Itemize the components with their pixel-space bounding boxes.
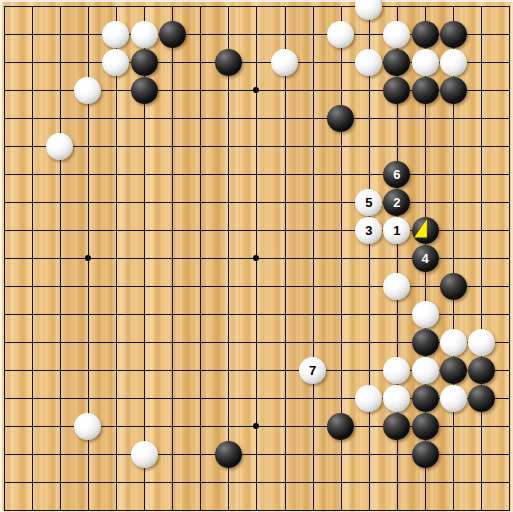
grid-vline: [369, 6, 370, 511]
white-stone: [468, 329, 495, 356]
star-point: [85, 255, 91, 261]
white-stone: [412, 49, 439, 76]
white-stone: [327, 21, 354, 48]
black-stone: 2: [383, 189, 410, 216]
move-number-label: 2: [393, 196, 400, 209]
black-stone: [327, 413, 354, 440]
black-stone: [159, 21, 186, 48]
white-stone: [383, 357, 410, 384]
white-stone: [271, 49, 298, 76]
white-stone: [74, 77, 101, 104]
grid-vline: [285, 6, 286, 511]
black-stone: [412, 385, 439, 412]
black-stone: [383, 49, 410, 76]
white-stone: [412, 301, 439, 328]
black-stone: [468, 385, 495, 412]
go-board[interactable]: 6523147: [0, 0, 513, 512]
move-number-label: 7: [309, 364, 316, 377]
black-stone: [215, 441, 242, 468]
white-stone: 5: [355, 189, 382, 216]
move-number-label: 5: [365, 196, 372, 209]
white-stone: [102, 21, 129, 48]
grid-hline: [4, 510, 511, 511]
black-stone: [440, 77, 467, 104]
white-stone: 3: [355, 217, 382, 244]
grid-vline: [509, 6, 510, 511]
white-stone: [131, 21, 158, 48]
black-stone: [412, 217, 439, 244]
star-point: [253, 87, 259, 93]
white-stone: [74, 413, 101, 440]
white-stone: [355, 49, 382, 76]
star-point: [253, 255, 259, 261]
black-stone: [468, 357, 495, 384]
white-stone: [412, 357, 439, 384]
white-stone: [355, 385, 382, 412]
grid-hline: [4, 286, 511, 287]
go-game-viewer: 6523147: [0, 0, 513, 512]
white-stone: [440, 49, 467, 76]
black-stone: [412, 77, 439, 104]
star-point: [253, 423, 259, 429]
white-stone: [440, 385, 467, 412]
triangle-marker-icon: [412, 217, 439, 244]
black-stone: [383, 77, 410, 104]
grid-hline: [4, 482, 511, 483]
white-stone: [383, 273, 410, 300]
move-number-label: 4: [421, 252, 428, 265]
black-stone: [412, 441, 439, 468]
black-stone: [440, 21, 467, 48]
black-stone: [131, 49, 158, 76]
black-stone: [215, 49, 242, 76]
move-number-label: 3: [365, 224, 372, 237]
black-stone: 6: [383, 161, 410, 188]
white-stone: [46, 133, 73, 160]
white-stone: 7: [299, 357, 326, 384]
black-stone: [412, 413, 439, 440]
move-number-label: 6: [393, 168, 400, 181]
white-stone: [440, 329, 467, 356]
move-number-label: 1: [393, 224, 400, 237]
white-stone: 1: [383, 217, 410, 244]
white-stone: [383, 385, 410, 412]
white-stone: [131, 441, 158, 468]
black-stone: [383, 413, 410, 440]
black-stone: [412, 329, 439, 356]
grid-vline: [313, 6, 314, 511]
black-stone: [440, 273, 467, 300]
black-stone: [327, 105, 354, 132]
black-stone: [440, 357, 467, 384]
grid-vline: [481, 6, 482, 511]
black-stone: [412, 21, 439, 48]
white-stone: [383, 21, 410, 48]
white-stone: [102, 49, 129, 76]
black-stone: [131, 77, 158, 104]
white-stone: [355, 0, 382, 20]
black-stone: 4: [412, 245, 439, 272]
